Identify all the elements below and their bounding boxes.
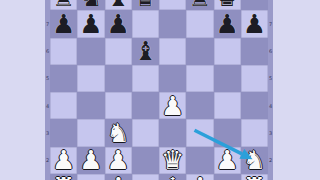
white-pawn[interactable]: ♟ (79, 147, 102, 173)
square-d1[interactable] (132, 174, 159, 180)
white-pawn[interactable]: ♟ (161, 93, 184, 119)
square-a7[interactable]: ♟ (50, 10, 77, 37)
square-e6[interactable] (159, 38, 186, 65)
black-pawn[interactable]: ♟ (106, 11, 129, 37)
square-g3[interactable] (214, 119, 241, 146)
square-f6[interactable] (186, 38, 213, 65)
white-king[interactable]: ♚ (161, 174, 184, 180)
square-e4[interactable]: ♟ (159, 92, 186, 119)
square-f2[interactable] (186, 147, 213, 174)
square-d6[interactable]: ♝ (132, 38, 159, 65)
square-c7[interactable]: ♟ (105, 10, 132, 37)
white-bishop[interactable]: ♝ (106, 174, 129, 180)
black-pawn[interactable]: ♟ (79, 11, 102, 37)
square-e1[interactable]: ♚ (159, 174, 186, 180)
square-c3[interactable]: ♞ (105, 119, 132, 146)
square-e3[interactable] (159, 119, 186, 146)
square-e7[interactable] (159, 10, 186, 37)
square-a1[interactable]: ♜ (50, 174, 77, 180)
rank-label-6: 6 (268, 49, 273, 54)
rank-label-4: 4 (268, 103, 273, 108)
black-pawn[interactable]: ♟ (52, 11, 75, 37)
square-g1[interactable] (214, 174, 241, 180)
square-g6[interactable] (214, 38, 241, 65)
square-e2[interactable]: ♛ (159, 147, 186, 174)
square-f4[interactable] (186, 92, 213, 119)
square-a5[interactable] (50, 65, 77, 92)
white-knight[interactable]: ♞ (243, 147, 266, 173)
square-d8[interactable]: ♛ (132, 0, 159, 10)
square-g4[interactable] (214, 92, 241, 119)
square-h5[interactable] (241, 65, 268, 92)
square-h2[interactable]: ♞ (241, 147, 268, 174)
square-d2[interactable] (132, 147, 159, 174)
square-f8[interactable]: ♜ (186, 0, 213, 10)
white-pawn[interactable]: ♟ (106, 147, 129, 173)
rank-label-7: 7 (268, 21, 273, 26)
white-bishop[interactable]: ♝ (188, 174, 211, 180)
black-bishop[interactable]: ♝ (134, 38, 157, 64)
square-c1[interactable]: ♝ (105, 174, 132, 180)
square-h3[interactable] (241, 119, 268, 146)
white-rook[interactable]: ♜ (243, 174, 266, 180)
square-b5[interactable] (77, 65, 104, 92)
black-queen[interactable]: ♛ (134, 0, 157, 10)
white-knight[interactable]: ♞ (106, 120, 129, 146)
black-rook[interactable]: ♜ (188, 0, 211, 10)
square-d4[interactable] (132, 92, 159, 119)
square-b4[interactable] (77, 92, 104, 119)
rank-label-5: 5 (268, 76, 273, 81)
white-rook[interactable]: ♜ (52, 174, 75, 180)
square-g7[interactable]: ♟ (214, 10, 241, 37)
square-c6[interactable] (105, 38, 132, 65)
square-a2[interactable]: ♟ (50, 147, 77, 174)
square-g5[interactable] (214, 65, 241, 92)
square-e8[interactable] (159, 0, 186, 10)
board-frame-right: 87654321 (268, 0, 273, 180)
square-b7[interactable]: ♟ (77, 10, 104, 37)
square-d5[interactable] (132, 65, 159, 92)
chess-diagram-stage: 87654321 87654321 ♜♞♝♛♜♚♟♟♟♟♟♝♟♞♟♟♟♛♟♞♜♝… (0, 0, 320, 180)
black-pawn[interactable]: ♟ (215, 11, 238, 37)
square-d7[interactable] (132, 10, 159, 37)
square-b1[interactable] (77, 174, 104, 180)
square-a3[interactable] (50, 119, 77, 146)
square-g2[interactable]: ♟ (214, 147, 241, 174)
square-c4[interactable] (105, 92, 132, 119)
square-a6[interactable] (50, 38, 77, 65)
square-f5[interactable] (186, 65, 213, 92)
square-c2[interactable]: ♟ (105, 147, 132, 174)
black-pawn[interactable]: ♟ (243, 11, 266, 37)
square-a4[interactable] (50, 92, 77, 119)
square-f7[interactable] (186, 10, 213, 37)
white-pawn[interactable]: ♟ (52, 147, 75, 173)
square-h4[interactable] (241, 92, 268, 119)
white-pawn[interactable]: ♟ (215, 147, 238, 173)
square-h6[interactable] (241, 38, 268, 65)
square-b2[interactable]: ♟ (77, 147, 104, 174)
square-b6[interactable] (77, 38, 104, 65)
square-d3[interactable] (132, 119, 159, 146)
rank-label-2: 2 (268, 158, 273, 163)
white-queen[interactable]: ♛ (161, 147, 184, 173)
square-f1[interactable]: ♝ (186, 174, 213, 180)
square-e5[interactable] (159, 65, 186, 92)
square-h7[interactable]: ♟ (241, 10, 268, 37)
square-h1[interactable]: ♜ (241, 174, 268, 180)
chess-board[interactable]: ♜♞♝♛♜♚♟♟♟♟♟♝♟♞♟♟♟♛♟♞♜♝♚♝♜ (50, 0, 268, 180)
square-b3[interactable] (77, 119, 104, 146)
rank-label-3: 3 (268, 130, 273, 135)
square-f3[interactable] (186, 119, 213, 146)
square-c5[interactable] (105, 65, 132, 92)
